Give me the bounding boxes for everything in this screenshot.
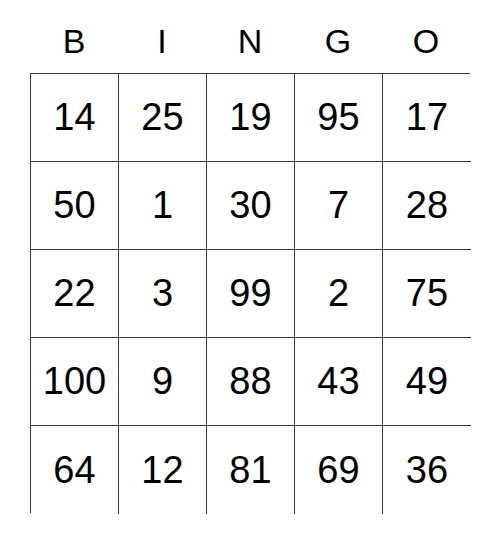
bingo-cell: 7: [295, 162, 383, 250]
bingo-cell: 17: [383, 74, 471, 162]
bingo-cell: 75: [383, 250, 471, 338]
bingo-grid: 14 25 19 95 17 50 1 30 7 28 22 3 99 2 75…: [30, 73, 470, 513]
bingo-cell: 3: [119, 250, 207, 338]
bingo-cell: 12: [119, 426, 207, 514]
bingo-cell: 19: [207, 74, 295, 162]
bingo-cell: 64: [31, 426, 119, 514]
column-header-i: I: [118, 14, 206, 73]
bingo-cell: 14: [31, 74, 119, 162]
bingo-cell: 95: [295, 74, 383, 162]
bingo-cell: 69: [295, 426, 383, 514]
bingo-cell: 49: [383, 338, 471, 426]
column-header-g: G: [294, 14, 382, 73]
bingo-cell: 30: [207, 162, 295, 250]
column-header-b: B: [30, 14, 118, 73]
bingo-cell: 2: [295, 250, 383, 338]
bingo-cell: 50: [31, 162, 119, 250]
bingo-cell: 28: [383, 162, 471, 250]
bingo-cell: 36: [383, 426, 471, 514]
bingo-cell: 43: [295, 338, 383, 426]
column-header-o: O: [382, 14, 470, 73]
bingo-cell: 88: [207, 338, 295, 426]
bingo-cell: 25: [119, 74, 207, 162]
bingo-cell: 9: [119, 338, 207, 426]
bingo-cell: 22: [31, 250, 119, 338]
bingo-cell: 100: [31, 338, 119, 426]
bingo-cell: 99: [207, 250, 295, 338]
bingo-header-row: B I N G O: [30, 14, 470, 73]
bingo-card: B I N G O 14 25 19 95 17 50 1 30 7 28 22…: [30, 14, 470, 513]
bingo-cell: 81: [207, 426, 295, 514]
bingo-cell: 1: [119, 162, 207, 250]
column-header-n: N: [206, 14, 294, 73]
bingo-card-page: B I N G O 14 25 19 95 17 50 1 30 7 28 22…: [0, 0, 500, 544]
